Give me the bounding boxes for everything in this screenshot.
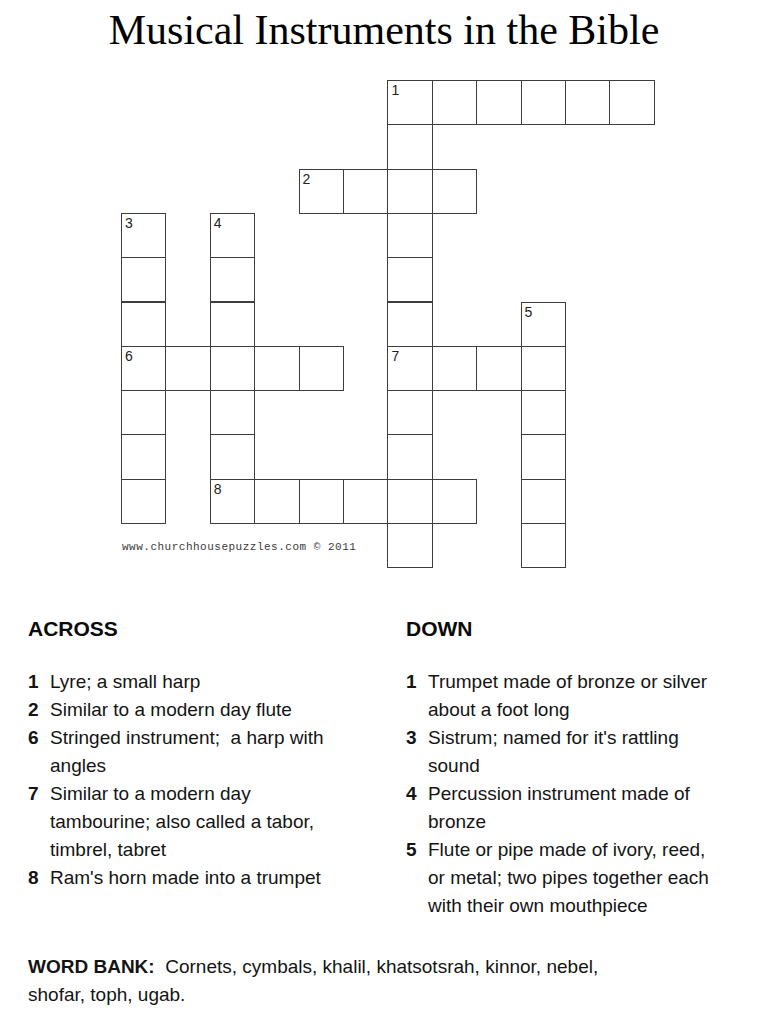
grid-cell-r6c1[interactable] (165, 346, 210, 391)
clue-number-label: 8 (28, 864, 50, 892)
down-clue-5: 5Flute or pipe made of ivory, reed, (406, 836, 756, 864)
clue-text: bronze (428, 808, 486, 836)
grid-cell-r8c0[interactable] (121, 434, 166, 479)
grid-cell-r0c8[interactable] (476, 80, 521, 125)
grid-cell-r10c6[interactable] (387, 523, 432, 568)
grid-cell-r6c7[interactable] (432, 346, 477, 391)
down-header: DOWN (406, 616, 756, 642)
word-bank-words-line2: shofar, toph, ugab. (28, 984, 185, 1005)
grid-cell-r5c2[interactable] (210, 302, 255, 347)
across-section: ACROSS 1Lyre; a small harp2Similar to a … (28, 616, 398, 892)
clue-text: angles (50, 752, 106, 780)
cell-clue-number: 8 (211, 480, 254, 496)
grid-cell-r3c0[interactable]: 3 (121, 213, 166, 258)
grid-cell-r3c2[interactable]: 4 (210, 213, 255, 258)
cell-clue-number: 6 (122, 347, 165, 363)
grid-cell-r9c7[interactable] (432, 479, 477, 524)
clue-number-label: 4 (406, 780, 428, 808)
grid-cell-r0c9[interactable] (521, 80, 566, 125)
across-clue-6: 6Stringed instrument; a harp with (28, 724, 398, 752)
grid-cell-r6c6[interactable]: 7 (387, 346, 432, 391)
cell-clue-number: 4 (211, 214, 254, 230)
clue-text: Sistrum; named for it's rattling (428, 724, 679, 752)
grid-cell-r9c6[interactable] (387, 479, 432, 524)
grid-cell-r2c4[interactable]: 2 (299, 169, 344, 214)
cell-clue-number: 7 (388, 347, 431, 363)
clue-number-label: 3 (406, 724, 428, 752)
grid-cell-r2c6[interactable] (387, 169, 432, 214)
word-bank-label: WORD BANK: (28, 956, 155, 977)
down-clue-3-cont: sound (406, 752, 756, 780)
grid-cell-r10c9[interactable] (521, 523, 566, 568)
clue-number-label: 1 (406, 668, 428, 696)
clue-number-label (406, 808, 428, 836)
clue-text: Percussion instrument made of (428, 780, 690, 808)
grid-cell-r8c2[interactable] (210, 434, 255, 479)
clue-text: Trumpet made of bronze or silver (428, 668, 707, 696)
down-clue-3: 3Sistrum; named for it's rattling (406, 724, 756, 752)
grid-cell-r9c2[interactable]: 8 (210, 479, 255, 524)
clue-number-label: 2 (28, 696, 50, 724)
across-clue-1: 1Lyre; a small harp (28, 668, 398, 696)
grid-cell-r4c0[interactable] (121, 257, 166, 302)
clue-text: Stringed instrument; a harp with (50, 724, 324, 752)
puzzle-page: Musical Instruments in the Bible 1234567… (0, 0, 768, 1017)
grid-cell-r7c2[interactable] (210, 390, 255, 435)
page-title: Musical Instruments in the Bible (0, 6, 768, 54)
clue-text: tambourine; also called a tabor, (50, 808, 314, 836)
grid-cell-r5c6[interactable] (387, 302, 432, 347)
down-clue-5-cont: with their own mouthpiece (406, 892, 756, 920)
clue-number-label: 7 (28, 780, 50, 808)
grid-cell-r8c6[interactable] (387, 434, 432, 479)
grid-cell-r8c9[interactable] (521, 434, 566, 479)
grid-cell-r5c9[interactable]: 5 (521, 302, 566, 347)
grid-cell-r2c5[interactable] (343, 169, 388, 214)
clue-text: with their own mouthpiece (428, 892, 648, 920)
down-clue-4-cont: bronze (406, 808, 756, 836)
cell-clue-number: 3 (122, 214, 165, 230)
clue-text: Similar to a modern day flute (50, 696, 292, 724)
clue-number-label (406, 696, 428, 724)
down-clue-1: 1Trumpet made of bronze or silver (406, 668, 756, 696)
across-clue-7: 7Similar to a modern day (28, 780, 398, 808)
cell-clue-number: 2 (300, 170, 343, 186)
down-clue-list: 1Trumpet made of bronze or silverabout a… (406, 668, 756, 920)
grid-cell-r9c5[interactable] (343, 479, 388, 524)
across-header: ACROSS (28, 616, 398, 642)
grid-cell-r9c0[interactable] (121, 479, 166, 524)
clue-number-label (28, 808, 50, 836)
grid-cell-r0c7[interactable] (432, 80, 477, 125)
cell-clue-number: 1 (388, 81, 431, 97)
clue-number-label: 6 (28, 724, 50, 752)
grid-cell-r2c7[interactable] (432, 169, 477, 214)
grid-cell-r5c0[interactable] (121, 302, 166, 347)
grid-cell-r7c9[interactable] (521, 390, 566, 435)
clue-text: about a foot long (428, 696, 570, 724)
cell-clue-number: 5 (522, 303, 565, 319)
grid-cell-r9c9[interactable] (521, 479, 566, 524)
clue-number-label (28, 836, 50, 864)
grid-cell-r6c9[interactable] (521, 346, 566, 391)
grid-cell-r6c2[interactable] (210, 346, 255, 391)
down-section: DOWN 1Trumpet made of bronze or silverab… (406, 616, 756, 920)
clue-text: timbrel, tabret (50, 836, 166, 864)
grid-cell-r9c4[interactable] (299, 479, 344, 524)
clue-text: or metal; two pipes together each (428, 864, 709, 892)
clue-number-label (406, 752, 428, 780)
across-clue-list: 1Lyre; a small harp2Similar to a modern … (28, 668, 398, 892)
across-clue-7-cont: tambourine; also called a tabor, (28, 808, 398, 836)
across-clue-2: 2Similar to a modern day flute (28, 696, 398, 724)
clue-text: sound (428, 752, 480, 780)
grid-cell-r7c0[interactable] (121, 390, 166, 435)
across-clue-7-cont: timbrel, tabret (28, 836, 398, 864)
clue-number-label: 1 (28, 668, 50, 696)
grid-cell-r0c11[interactable] (609, 80, 654, 125)
word-bank: WORD BANK: Cornets, cymbals, khalil, kha… (28, 953, 740, 1009)
grid-cell-r6c3[interactable] (254, 346, 299, 391)
grid-cell-r6c4[interactable] (299, 346, 344, 391)
grid-cell-r6c0[interactable]: 6 (121, 346, 166, 391)
across-clue-6-cont: angles (28, 752, 398, 780)
grid-cell-r4c6[interactable] (387, 257, 432, 302)
clue-text: Similar to a modern day (50, 780, 251, 808)
copyright-text: www.churchhousepuzzles.com © 2011 (122, 541, 356, 553)
crossword-grid: 12345678 (121, 80, 656, 569)
grid-cell-r0c6[interactable]: 1 (387, 80, 432, 125)
clue-text: Lyre; a small harp (50, 668, 200, 696)
grid-cell-r7c6[interactable] (387, 390, 432, 435)
grid-cell-r4c2[interactable] (210, 257, 255, 302)
grid-cell-r1c6[interactable] (387, 124, 432, 169)
grid-cell-r3c6[interactable] (387, 213, 432, 258)
grid-cell-r9c3[interactable] (254, 479, 299, 524)
grid-cell-r0c10[interactable] (565, 80, 610, 125)
clue-number-label: 5 (406, 836, 428, 864)
clue-number-label (406, 892, 428, 920)
clue-number-label (406, 864, 428, 892)
across-clue-8: 8Ram's horn made into a trumpet (28, 864, 398, 892)
word-bank-words-line1: Cornets, cymbals, khalil, khatsotsrah, k… (155, 956, 599, 977)
down-clue-5-cont: or metal; two pipes together each (406, 864, 756, 892)
grid-cell-r6c8[interactable] (476, 346, 521, 391)
clue-text: Ram's horn made into a trumpet (50, 864, 321, 892)
down-clue-1-cont: about a foot long (406, 696, 756, 724)
clue-text: Flute or pipe made of ivory, reed, (428, 836, 705, 864)
clue-number-label (28, 752, 50, 780)
down-clue-4: 4Percussion instrument made of (406, 780, 756, 808)
